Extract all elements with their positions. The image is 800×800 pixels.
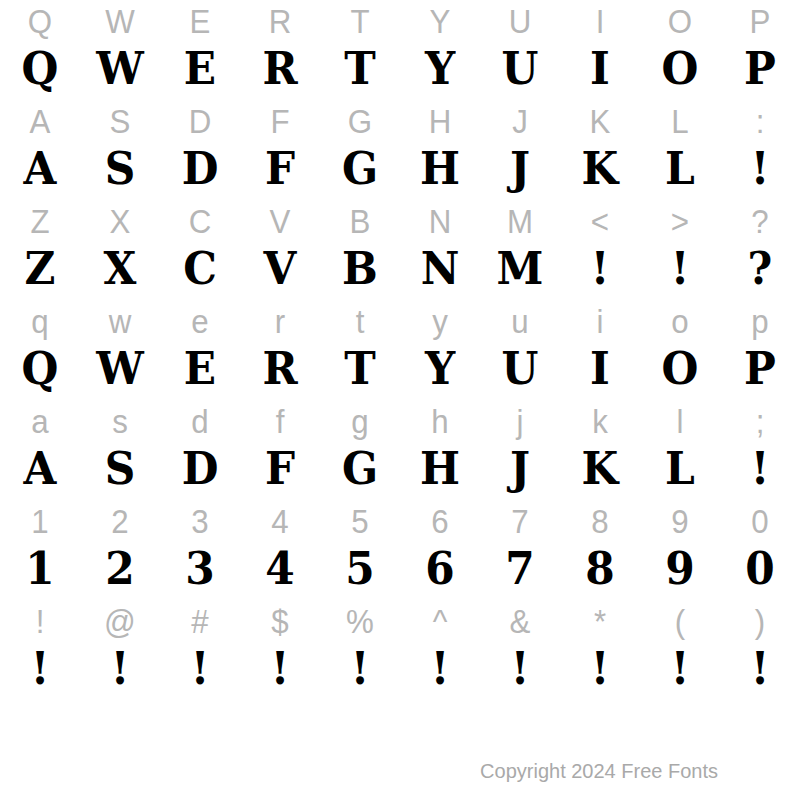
reference-char: X [83,200,157,242]
glyph-char: ! [162,642,237,700]
reference-char: ? [723,200,797,242]
reference-char: ) [723,600,797,642]
glyph-char: S [82,142,157,200]
reference-char: s [83,400,157,442]
glyph-char: ! [642,242,717,300]
reference-char: # [163,600,237,642]
glyph-char: F [242,142,317,200]
glyph-char: D [162,442,237,500]
glyph-char: C [162,242,237,300]
glyph-char: 0 [722,542,797,600]
reference-char: 7 [483,500,557,542]
reference-char: l [643,400,717,442]
glyph-char: ! [562,242,637,300]
reference-char: ( [643,600,717,642]
reference-row: 1234567890 [0,500,800,542]
glyph-char: 1 [2,542,77,600]
glyph-char: D [162,142,237,200]
reference-row: !@#$%^&*() [0,600,800,642]
glyph-char: 9 [642,542,717,600]
reference-char: a [3,400,77,442]
reference-row: asdfghjkl; [0,400,800,442]
reference-char: 2 [83,500,157,542]
reference-row: ASDFGHJKL: [0,100,800,142]
glyph-char: A [2,142,77,200]
glyph-char: I [562,342,637,400]
glyph-char: O [642,342,717,400]
glyph-char: G [322,142,397,200]
glyph-char: 8 [562,542,637,600]
reference-char: W [83,0,157,42]
glyph-row: ASDFGHJKL! [0,142,800,200]
glyph-char: ! [402,642,477,700]
glyph-char: R [242,342,317,400]
reference-char: K [563,100,637,142]
reference-char: p [723,300,797,342]
glyph-char: ! [722,142,797,200]
reference-char: L [643,100,717,142]
glyph-char: ! [562,642,637,700]
glyph-char: L [642,442,717,500]
glyph-char: M [482,242,557,300]
glyph-char: ! [722,642,797,700]
reference-char: % [323,600,397,642]
glyph-char: N [402,242,477,300]
glyph-char: T [322,42,397,100]
reference-char: ; [723,400,797,442]
reference-char: < [563,200,637,242]
reference-char: t [323,300,397,342]
reference-char: y [403,300,477,342]
glyph-char: 5 [322,542,397,600]
reference-char: 3 [163,500,237,542]
glyph-char: ! [642,642,717,700]
reference-char: S [83,100,157,142]
reference-char: M [483,200,557,242]
glyph-char: Y [402,342,477,400]
glyph-char: E [162,342,237,400]
glyph-char: J [482,142,557,200]
reference-char: E [163,0,237,42]
glyph-char: B [322,242,397,300]
reference-row: ZXCVBNM<>? [0,200,800,242]
reference-char: C [163,200,237,242]
glyph-char: 3 [162,542,237,600]
glyph-char: K [562,442,637,500]
glyph-char: Z [2,242,77,300]
glyph-char: ! [82,642,157,700]
glyph-char: H [402,442,477,500]
reference-char: P [723,0,797,42]
reference-char: > [643,200,717,242]
reference-char: 0 [723,500,797,542]
reference-char: I [563,0,637,42]
glyph-char: V [242,242,317,300]
reference-char: F [243,100,317,142]
reference-char: g [323,400,397,442]
glyph-row: !!!!!!!!!! [0,642,800,700]
reference-char: k [563,400,637,442]
reference-char: e [163,300,237,342]
glyph-char: ? [722,242,797,300]
glyph-char: T [322,342,397,400]
glyph-char: X [82,242,157,300]
glyph-row: QWERTYUIOP [0,342,800,400]
glyph-row: 1234567890 [0,542,800,600]
glyph-char: ! [322,642,397,700]
glyph-char: I [562,42,637,100]
character-grid: QWERTYUIOPQWERTYUIOPASDFGHJKL:ASDFGHJKL!… [0,0,800,700]
glyph-char: 2 [82,542,157,600]
glyph-char: E [162,42,237,100]
glyph-char: ! [482,642,557,700]
reference-char: O [643,0,717,42]
reference-char: f [243,400,317,442]
font-specimen-sheet: QWERTYUIOPQWERTYUIOPASDFGHJKL:ASDFGHJKL!… [0,0,800,800]
glyph-char: W [82,342,157,400]
reference-char: R [243,0,317,42]
reference-char: h [403,400,477,442]
reference-char: V [243,200,317,242]
glyph-char: P [722,42,797,100]
reference-row: QWERTYUIOP [0,0,800,42]
glyph-char: Q [2,342,77,400]
reference-char: i [563,300,637,342]
reference-char: ! [3,600,77,642]
glyph-char: O [642,42,717,100]
reference-char: B [323,200,397,242]
glyph-row: QWERTYUIOP [0,42,800,100]
reference-char: Q [3,0,77,42]
glyph-char: R [242,42,317,100]
glyph-char: P [722,342,797,400]
glyph-char: ! [2,642,77,700]
reference-char: q [3,300,77,342]
reference-char: ^ [403,600,477,642]
reference-char: d [163,400,237,442]
reference-char: U [483,0,557,42]
glyph-char: ! [722,442,797,500]
reference-char: J [483,100,557,142]
glyph-char: U [482,42,557,100]
reference-char: @ [83,600,157,642]
reference-char: & [483,600,557,642]
reference-char: o [643,300,717,342]
glyph-char: ! [242,642,317,700]
reference-char: G [323,100,397,142]
reference-char: 5 [323,500,397,542]
reference-char: 1 [3,500,77,542]
glyph-char: 7 [482,542,557,600]
glyph-char: 6 [402,542,477,600]
glyph-char: Q [2,42,77,100]
glyph-char: L [642,142,717,200]
reference-char: : [723,100,797,142]
reference-char: u [483,300,557,342]
reference-char: T [323,0,397,42]
reference-char: w [83,300,157,342]
reference-char: $ [243,600,317,642]
reference-char: Z [3,200,77,242]
reference-char: 6 [403,500,477,542]
glyph-char: U [482,342,557,400]
reference-char: N [403,200,477,242]
glyph-char: 4 [242,542,317,600]
glyph-char: H [402,142,477,200]
glyph-row: ASDFGHJKL! [0,442,800,500]
copyright-text: Copyright 2024 Free Fonts [480,760,718,783]
glyph-char: Y [402,42,477,100]
reference-char: 4 [243,500,317,542]
reference-char: r [243,300,317,342]
reference-char: * [563,600,637,642]
glyph-char: G [322,442,397,500]
reference-char: H [403,100,477,142]
glyph-char: F [242,442,317,500]
glyph-char: W [82,42,157,100]
reference-char: Y [403,0,477,42]
glyph-char: S [82,442,157,500]
reference-row: qwertyuiop [0,300,800,342]
reference-char: j [483,400,557,442]
reference-char: D [163,100,237,142]
reference-char: 8 [563,500,637,542]
reference-char: A [3,100,77,142]
glyph-char: A [2,442,77,500]
glyph-char: J [482,442,557,500]
glyph-row: ZXCVBNM!!? [0,242,800,300]
reference-char: 9 [643,500,717,542]
glyph-char: K [562,142,637,200]
